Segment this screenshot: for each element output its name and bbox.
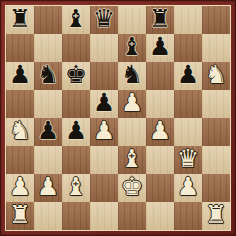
piece-white-queen[interactable]: ♛ — [177, 146, 199, 173]
piece-black-rook[interactable]: ♜ — [149, 6, 171, 33]
square-d5[interactable]: ♟ — [90, 90, 118, 118]
square-e4[interactable] — [118, 118, 146, 146]
square-b1[interactable] — [34, 202, 62, 230]
square-c3[interactable] — [62, 146, 90, 174]
square-d4[interactable]: ♟ — [90, 118, 118, 146]
square-g4[interactable] — [174, 118, 202, 146]
square-d1[interactable] — [90, 202, 118, 230]
square-h5[interactable] — [202, 90, 230, 118]
piece-black-pawn[interactable]: ♟ — [37, 118, 59, 145]
square-c1[interactable] — [62, 202, 90, 230]
square-e1[interactable] — [118, 202, 146, 230]
square-a3[interactable] — [6, 146, 34, 174]
piece-black-pawn[interactable]: ♟ — [149, 34, 171, 61]
square-b8[interactable] — [34, 6, 62, 34]
square-a5[interactable] — [6, 90, 34, 118]
square-b4[interactable]: ♟ — [34, 118, 62, 146]
square-f1[interactable] — [146, 202, 174, 230]
square-g3[interactable]: ♛ — [174, 146, 202, 174]
square-e6[interactable]: ♞ — [118, 62, 146, 90]
square-h1[interactable]: ♜ — [202, 202, 230, 230]
square-a4[interactable]: ♞ — [6, 118, 34, 146]
square-d3[interactable] — [90, 146, 118, 174]
square-g6[interactable]: ♟ — [174, 62, 202, 90]
square-e3[interactable]: ♝ — [118, 146, 146, 174]
square-a2[interactable]: ♟ — [6, 174, 34, 202]
square-a8[interactable]: ♜ — [6, 6, 34, 34]
square-a7[interactable] — [6, 34, 34, 62]
square-f8[interactable]: ♜ — [146, 6, 174, 34]
piece-white-rook[interactable]: ♜ — [205, 202, 227, 229]
square-g1[interactable] — [174, 202, 202, 230]
square-a6[interactable]: ♟ — [6, 62, 34, 90]
square-a1[interactable]: ♜ — [6, 202, 34, 230]
piece-white-rook[interactable]: ♜ — [9, 202, 31, 229]
piece-white-king[interactable]: ♚ — [121, 174, 143, 201]
square-b3[interactable] — [34, 146, 62, 174]
square-f2[interactable] — [146, 174, 174, 202]
square-e8[interactable] — [118, 6, 146, 34]
square-b2[interactable]: ♟ — [34, 174, 62, 202]
square-c6[interactable]: ♚ — [62, 62, 90, 90]
piece-black-rook[interactable]: ♜ — [9, 6, 31, 33]
square-f4[interactable]: ♟ — [146, 118, 174, 146]
square-e5[interactable]: ♟ — [118, 90, 146, 118]
piece-white-pawn[interactable]: ♟ — [177, 174, 199, 201]
square-h8[interactable] — [202, 6, 230, 34]
piece-black-queen[interactable]: ♛ — [93, 6, 115, 33]
square-f7[interactable]: ♟ — [146, 34, 174, 62]
piece-white-bishop[interactable]: ♝ — [65, 174, 87, 201]
square-d8[interactable]: ♛ — [90, 6, 118, 34]
piece-black-knight[interactable]: ♞ — [37, 62, 59, 89]
piece-black-pawn[interactable]: ♟ — [177, 62, 199, 89]
piece-black-pawn[interactable]: ♟ — [65, 118, 87, 145]
square-d7[interactable] — [90, 34, 118, 62]
square-d2[interactable] — [90, 174, 118, 202]
square-e2[interactable]: ♚ — [118, 174, 146, 202]
piece-black-king[interactable]: ♚ — [65, 62, 87, 89]
chess-board: ♜♝♛♜♝♟♟♞♚♞♟♞♟♟♞♟♟♟♟♝♛♟♟♝♚♟♜♜ — [5, 5, 231, 231]
square-c4[interactable]: ♟ — [62, 118, 90, 146]
square-h3[interactable] — [202, 146, 230, 174]
square-c2[interactable]: ♝ — [62, 174, 90, 202]
square-g5[interactable] — [174, 90, 202, 118]
piece-white-knight[interactable]: ♞ — [205, 62, 227, 89]
square-b5[interactable] — [34, 90, 62, 118]
square-e7[interactable]: ♝ — [118, 34, 146, 62]
square-g7[interactable] — [174, 34, 202, 62]
square-h6[interactable]: ♞ — [202, 62, 230, 90]
square-h4[interactable] — [202, 118, 230, 146]
square-h2[interactable] — [202, 174, 230, 202]
square-f5[interactable] — [146, 90, 174, 118]
square-g8[interactable] — [174, 6, 202, 34]
piece-black-bishop[interactable]: ♝ — [65, 6, 87, 33]
piece-white-pawn[interactable]: ♟ — [93, 118, 115, 145]
square-c7[interactable] — [62, 34, 90, 62]
square-f6[interactable] — [146, 62, 174, 90]
square-g2[interactable]: ♟ — [174, 174, 202, 202]
square-c5[interactable] — [62, 90, 90, 118]
square-d6[interactable] — [90, 62, 118, 90]
piece-black-pawn[interactable]: ♟ — [9, 62, 31, 89]
piece-black-bishop[interactable]: ♝ — [121, 34, 143, 61]
square-b7[interactable] — [34, 34, 62, 62]
square-f3[interactable] — [146, 146, 174, 174]
piece-white-pawn[interactable]: ♟ — [9, 174, 31, 201]
piece-black-knight[interactable]: ♞ — [121, 62, 143, 89]
square-h7[interactable] — [202, 34, 230, 62]
square-c8[interactable]: ♝ — [62, 6, 90, 34]
board-frame: ♜♝♛♜♝♟♟♞♚♞♟♞♟♟♞♟♟♟♟♝♛♟♟♝♚♟♜♜ — [0, 0, 236, 236]
piece-black-pawn[interactable]: ♟ — [93, 90, 115, 117]
piece-white-pawn[interactable]: ♟ — [37, 174, 59, 201]
piece-white-knight[interactable]: ♞ — [9, 118, 31, 145]
piece-white-bishop[interactable]: ♝ — [121, 146, 143, 173]
piece-white-pawn[interactable]: ♟ — [149, 118, 171, 145]
piece-white-pawn[interactable]: ♟ — [121, 90, 143, 117]
square-b6[interactable]: ♞ — [34, 62, 62, 90]
